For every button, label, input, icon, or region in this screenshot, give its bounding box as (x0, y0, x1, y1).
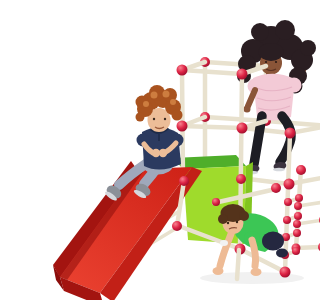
hair-highlight (143, 101, 149, 107)
girl-fringe (259, 43, 284, 61)
boy1-eye (164, 118, 166, 120)
boy2-hand (213, 267, 224, 275)
frame-pole (237, 250, 239, 279)
boy2-shorts (262, 232, 284, 251)
ball-joint (293, 220, 301, 228)
hair-curl (172, 110, 183, 121)
ball-joint (284, 179, 295, 190)
ball-joint (283, 216, 291, 224)
frame-pole (242, 128, 290, 133)
ball-joint (212, 198, 220, 206)
hair-curl (251, 23, 269, 41)
ball-joint (284, 198, 292, 206)
ball-joint (294, 212, 302, 220)
ball-joint (237, 123, 248, 134)
ball-joint (292, 247, 300, 255)
frame-pole (182, 70, 242, 74)
ball-joint (172, 221, 182, 231)
boy1-hand (159, 149, 167, 157)
ball-joint (237, 69, 248, 80)
girl-climbing (237, 20, 316, 174)
hair-curl (275, 20, 295, 40)
girl-eye (265, 61, 267, 63)
hair-curl (300, 40, 316, 56)
hair-highlight (163, 91, 170, 98)
frame-pole (205, 62, 266, 66)
hair-highlight (151, 92, 158, 99)
ball-joint (280, 267, 291, 278)
product-photo: Three children playing on a climb-and-sl… (40, 16, 320, 300)
ball-joint (177, 121, 188, 132)
boy2-elbow-cuff (220, 240, 228, 246)
hair (218, 214, 228, 224)
hair (239, 211, 249, 221)
frame-pole (182, 126, 242, 128)
hand-shadow (250, 277, 266, 282)
hair-curl (136, 113, 145, 122)
boy2-shoe (276, 249, 288, 258)
ball-joint (295, 194, 303, 202)
boy1-eye (153, 118, 155, 120)
boy2-near-arm (252, 240, 256, 266)
ball-joint (296, 165, 306, 175)
hand-shadow (209, 275, 225, 280)
girl-eye (275, 61, 277, 63)
boy2-hand (251, 268, 262, 276)
hair-highlight (170, 99, 176, 105)
ball-joint (294, 202, 302, 210)
boy2-eye (227, 222, 229, 224)
shoe-sole (273, 168, 285, 172)
boy2-eye (236, 221, 238, 223)
girl-lower-arm (248, 90, 255, 106)
ball-joint (236, 174, 246, 184)
girl-sleeve (287, 78, 302, 93)
ball-joint (285, 128, 296, 139)
ball-joint (177, 65, 188, 76)
girl-hand (244, 106, 251, 113)
product-photo-illustration: product photo (40, 16, 320, 300)
ball-joint (179, 176, 189, 186)
ball-joint (271, 183, 281, 193)
ball-joint (293, 229, 301, 237)
